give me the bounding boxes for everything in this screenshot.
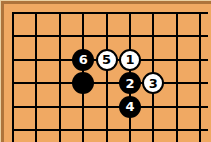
board-point-D16 <box>71 71 94 94</box>
white-stone-3-G16: 3 <box>142 72 164 94</box>
black-stone-4-F15: 4 <box>119 96 141 118</box>
board-point-F16: 2 <box>118 71 141 94</box>
black-stone-plain-D16 <box>72 72 94 94</box>
board-point-G16: 3 <box>142 71 165 94</box>
board-point-E17: 5 <box>95 48 118 71</box>
board-point-D17: 6 <box>71 48 94 71</box>
go-board: 651234 <box>1 1 211 141</box>
board-point-F15: 4 <box>118 95 141 118</box>
black-stone-6-D17: 6 <box>72 49 94 71</box>
white-stone-5-E17: 5 <box>96 49 118 71</box>
black-stone-2-F16: 2 <box>119 72 141 94</box>
board-point-F17: 1 <box>118 48 141 71</box>
white-stone-1-F17: 1 <box>119 49 141 71</box>
go-board-diagram: 651234 <box>0 0 211 142</box>
